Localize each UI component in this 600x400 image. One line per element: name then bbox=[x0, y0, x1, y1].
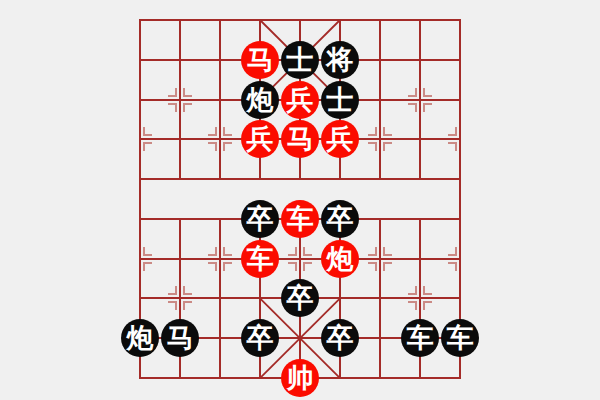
piece-red-soldier[interactable]: 兵 bbox=[241, 120, 279, 158]
piece-red-general[interactable]: 帅 bbox=[281, 359, 319, 397]
piece-black-chariot[interactable]: 车 bbox=[441, 319, 479, 357]
piece-red-horse[interactable]: 马 bbox=[281, 120, 319, 158]
piece-black-soldier[interactable]: 卒 bbox=[281, 279, 319, 317]
piece-black-soldier[interactable]: 卒 bbox=[321, 200, 359, 238]
piece-black-cannon[interactable]: 炮 bbox=[121, 319, 159, 357]
piece-black-chariot[interactable]: 车 bbox=[401, 319, 439, 357]
piece-black-soldier[interactable]: 卒 bbox=[321, 319, 359, 357]
piece-red-horse[interactable]: 马 bbox=[241, 41, 279, 79]
xiangqi-board: 马士将炮兵士兵马兵卒车卒车炮卒炮马卒卒车车帅 bbox=[0, 0, 600, 400]
piece-black-general[interactable]: 将 bbox=[321, 41, 359, 79]
piece-black-advisor[interactable]: 士 bbox=[321, 81, 359, 119]
piece-black-advisor[interactable]: 士 bbox=[281, 41, 319, 79]
piece-black-cannon[interactable]: 炮 bbox=[241, 81, 279, 119]
piece-red-chariot[interactable]: 车 bbox=[281, 200, 319, 238]
piece-black-soldier[interactable]: 卒 bbox=[241, 200, 279, 238]
piece-red-chariot[interactable]: 车 bbox=[241, 240, 279, 278]
piece-black-horse[interactable]: 马 bbox=[161, 319, 199, 357]
piece-red-soldier[interactable]: 兵 bbox=[281, 81, 319, 119]
piece-black-soldier[interactable]: 卒 bbox=[241, 319, 279, 357]
piece-red-cannon[interactable]: 炮 bbox=[321, 240, 359, 278]
piece-red-soldier[interactable]: 兵 bbox=[321, 120, 359, 158]
